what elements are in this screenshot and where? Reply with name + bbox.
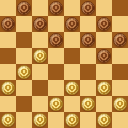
square-2-1[interactable] <box>16 32 32 48</box>
square-3-3 <box>48 48 64 64</box>
square-4-0 <box>0 64 16 80</box>
square-4-5[interactable] <box>80 64 96 80</box>
square-4-7[interactable] <box>112 64 128 80</box>
square-5-7 <box>112 80 128 96</box>
yellow-man[interactable] <box>33 113 47 127</box>
brown-man[interactable] <box>97 17 111 31</box>
square-2-7[interactable] <box>112 32 128 48</box>
square-1-6[interactable] <box>96 16 112 32</box>
brown-man[interactable] <box>49 33 63 47</box>
square-6-7[interactable] <box>112 96 128 112</box>
yellow-man[interactable] <box>97 113 111 127</box>
square-5-6[interactable] <box>96 80 112 96</box>
square-4-6 <box>96 64 112 80</box>
square-5-1 <box>16 80 32 96</box>
yellow-man[interactable] <box>17 65 31 79</box>
yellow-man[interactable] <box>97 81 111 95</box>
square-6-1[interactable] <box>16 96 32 112</box>
square-5-3 <box>48 80 64 96</box>
square-6-4 <box>64 96 80 112</box>
square-4-3[interactable] <box>48 64 64 80</box>
square-6-0 <box>0 96 16 112</box>
brown-man[interactable] <box>81 1 95 15</box>
square-0-5[interactable] <box>80 0 96 16</box>
square-3-5 <box>80 48 96 64</box>
square-3-7 <box>112 48 128 64</box>
square-1-0[interactable] <box>0 16 16 32</box>
square-0-0 <box>0 0 16 16</box>
square-4-4 <box>64 64 80 80</box>
square-2-2 <box>32 32 48 48</box>
yellow-man[interactable] <box>65 113 79 127</box>
square-3-0[interactable] <box>0 48 16 64</box>
square-3-4[interactable] <box>64 48 80 64</box>
square-0-3[interactable] <box>48 0 64 16</box>
square-2-3[interactable] <box>48 32 64 48</box>
square-7-6[interactable] <box>96 112 112 128</box>
square-5-0[interactable] <box>0 80 16 96</box>
brown-man[interactable] <box>113 33 127 47</box>
square-7-2[interactable] <box>32 112 48 128</box>
yellow-man[interactable] <box>1 113 15 127</box>
yellow-man[interactable] <box>1 81 15 95</box>
square-2-6 <box>96 32 112 48</box>
yellow-man[interactable] <box>33 49 47 63</box>
yellow-man[interactable] <box>65 81 79 95</box>
square-6-2 <box>32 96 48 112</box>
square-5-2[interactable] <box>32 80 48 96</box>
square-3-6[interactable] <box>96 48 112 64</box>
square-7-7 <box>112 112 128 128</box>
square-3-1 <box>16 48 32 64</box>
brown-man[interactable] <box>1 17 15 31</box>
square-2-0 <box>0 32 16 48</box>
square-0-7[interactable] <box>112 0 128 16</box>
square-6-6 <box>96 96 112 112</box>
square-7-0[interactable] <box>0 112 16 128</box>
brown-man[interactable] <box>49 1 63 15</box>
brown-man[interactable] <box>17 1 31 15</box>
yellow-man[interactable] <box>81 97 95 111</box>
square-6-5[interactable] <box>80 96 96 112</box>
square-0-1[interactable] <box>16 0 32 16</box>
brown-man[interactable] <box>33 17 47 31</box>
brown-man[interactable] <box>81 33 95 47</box>
square-1-3 <box>48 16 64 32</box>
square-5-4[interactable] <box>64 80 80 96</box>
square-0-6 <box>96 0 112 16</box>
square-2-5[interactable] <box>80 32 96 48</box>
square-6-3[interactable] <box>48 96 64 112</box>
square-3-2[interactable] <box>32 48 48 64</box>
square-4-1[interactable] <box>16 64 32 80</box>
yellow-man[interactable] <box>49 97 63 111</box>
square-1-4[interactable] <box>64 16 80 32</box>
square-1-2[interactable] <box>32 16 48 32</box>
square-5-5 <box>80 80 96 96</box>
brown-man[interactable] <box>97 49 111 63</box>
yellow-man[interactable] <box>113 97 127 111</box>
square-0-2 <box>32 0 48 16</box>
square-1-5 <box>80 16 96 32</box>
square-0-4 <box>64 0 80 16</box>
square-7-1 <box>16 112 32 128</box>
square-7-5 <box>80 112 96 128</box>
checkers-board <box>0 0 128 128</box>
square-4-2 <box>32 64 48 80</box>
square-1-7 <box>112 16 128 32</box>
square-7-4[interactable] <box>64 112 80 128</box>
square-2-4 <box>64 32 80 48</box>
checkers-app <box>0 0 128 128</box>
square-7-3 <box>48 112 64 128</box>
square-1-1 <box>16 16 32 32</box>
brown-man[interactable] <box>65 17 79 31</box>
